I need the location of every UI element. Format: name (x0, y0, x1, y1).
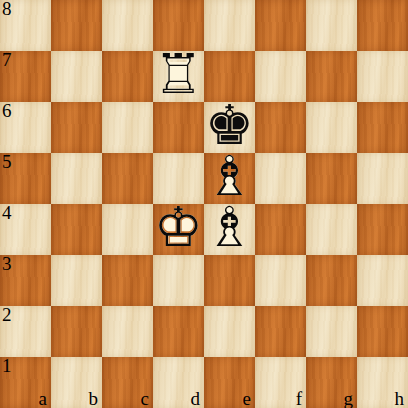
square-h7[interactable] (357, 51, 408, 102)
square-g7[interactable] (306, 51, 357, 102)
square-g2[interactable] (306, 306, 357, 357)
square-c6[interactable] (102, 102, 153, 153)
square-g5[interactable] (306, 153, 357, 204)
square-f7[interactable] (255, 51, 306, 102)
file-label-c: c (141, 389, 149, 408)
square-f3[interactable] (255, 255, 306, 306)
square-b1[interactable]: b (51, 357, 102, 408)
square-b5[interactable] (51, 153, 102, 204)
white-king-outline-glyph: ♔ (153, 202, 204, 253)
square-a2[interactable]: 2 (0, 306, 51, 357)
piece-white-king-d4[interactable]: ♚♔ (153, 204, 204, 255)
square-d2[interactable] (153, 306, 204, 357)
square-c7[interactable] (102, 51, 153, 102)
square-d1[interactable]: d (153, 357, 204, 408)
square-b8[interactable] (51, 0, 102, 51)
square-a6[interactable]: 6 (0, 102, 51, 153)
file-label-b: b (89, 389, 99, 408)
square-h4[interactable] (357, 204, 408, 255)
square-c2[interactable] (102, 306, 153, 357)
square-h2[interactable] (357, 306, 408, 357)
white-bishop-outline-glyph: ♗ (204, 202, 255, 253)
rank-label-3: 3 (2, 253, 12, 275)
square-d7[interactable]: ♜♖ (153, 51, 204, 102)
square-e4[interactable]: ♝♗ (204, 204, 255, 255)
file-label-d: d (191, 389, 201, 408)
square-a7[interactable]: 7 (0, 51, 51, 102)
white-rook-outline-glyph: ♖ (153, 49, 204, 100)
square-f4[interactable] (255, 204, 306, 255)
file-label-f: f (296, 389, 302, 408)
rank-label-1: 1 (2, 355, 12, 377)
square-f5[interactable] (255, 153, 306, 204)
rank-label-8: 8 (2, 0, 12, 20)
file-label-e: e (243, 389, 251, 408)
square-f2[interactable] (255, 306, 306, 357)
rank-label-2: 2 (2, 304, 12, 326)
square-c1[interactable]: c (102, 357, 153, 408)
square-b3[interactable] (51, 255, 102, 306)
piece-white-rook-d7[interactable]: ♜♖ (153, 51, 204, 102)
rank-label-6: 6 (2, 100, 12, 122)
file-label-a: a (39, 389, 47, 408)
square-g1[interactable]: g (306, 357, 357, 408)
square-b4[interactable] (51, 204, 102, 255)
square-d6[interactable] (153, 102, 204, 153)
square-e3[interactable] (204, 255, 255, 306)
square-c8[interactable] (102, 0, 153, 51)
square-g6[interactable] (306, 102, 357, 153)
square-h6[interactable] (357, 102, 408, 153)
square-c4[interactable] (102, 204, 153, 255)
square-h5[interactable] (357, 153, 408, 204)
square-f6[interactable] (255, 102, 306, 153)
square-h3[interactable] (357, 255, 408, 306)
square-g4[interactable] (306, 204, 357, 255)
square-f8[interactable] (255, 0, 306, 51)
rank-label-4: 4 (2, 202, 12, 224)
square-h1[interactable]: h (357, 357, 408, 408)
square-a8[interactable]: 8 (0, 0, 51, 51)
square-h8[interactable] (357, 0, 408, 51)
rank-label-7: 7 (2, 49, 12, 71)
square-a3[interactable]: 3 (0, 255, 51, 306)
square-a1[interactable]: 1a (0, 357, 51, 408)
square-e2[interactable] (204, 306, 255, 357)
square-e8[interactable] (204, 0, 255, 51)
square-c3[interactable] (102, 255, 153, 306)
square-d4[interactable]: ♚♔ (153, 204, 204, 255)
square-f1[interactable]: f (255, 357, 306, 408)
square-b7[interactable] (51, 51, 102, 102)
square-a5[interactable]: 5 (0, 153, 51, 204)
chess-board: 87♜♖6♚5♝♗4♚♔♝♗321abcdefgh (0, 0, 408, 408)
square-g8[interactable] (306, 0, 357, 51)
square-a4[interactable]: 4 (0, 204, 51, 255)
file-label-h: h (395, 389, 405, 408)
square-g3[interactable] (306, 255, 357, 306)
square-b2[interactable] (51, 306, 102, 357)
rank-label-5: 5 (2, 151, 12, 173)
square-d3[interactable] (153, 255, 204, 306)
square-e1[interactable]: e (204, 357, 255, 408)
file-label-g: g (344, 389, 354, 408)
piece-white-bishop-e4[interactable]: ♝♗ (204, 204, 255, 255)
square-b6[interactable] (51, 102, 102, 153)
square-c5[interactable] (102, 153, 153, 204)
